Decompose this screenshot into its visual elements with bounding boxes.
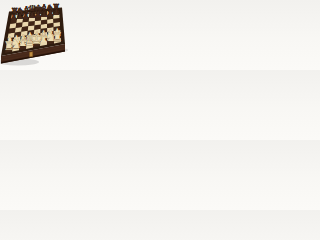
board-square-f7 [41,15,47,20]
board-square-c7 [23,17,30,22]
board-square-d7 [29,16,36,21]
board-square-f6 [41,19,47,24]
chess-board [0,0,70,70]
board-square-h6 [53,18,60,23]
board-square-b7 [16,18,23,23]
board-square-e7 [35,16,41,21]
board-square-a8 [11,14,18,19]
board-square-b6 [16,22,23,28]
board-square-f8 [41,11,47,16]
board-square-g7 [47,15,53,20]
board-square-e6 [35,20,41,25]
board-square-g8 [47,11,53,16]
chess-set-photo: ♜♞♝♛♚♝♞♜♟♟♟♟♟♟♟♟♟♟♟♟♟♟♟♟♜♞♝♛♚♝♞♜ [0,0,70,70]
board-square-a7 [10,18,17,24]
board-square-h7 [53,14,59,19]
board-square-e8 [35,12,41,17]
clasp-icon [30,52,33,57]
board-square-c8 [23,13,29,18]
board-square-b8 [17,13,24,18]
board-square-a6 [9,23,16,29]
board-square-d5 [28,25,35,30]
board-square-d8 [29,12,35,17]
board-square-d6 [28,21,35,26]
board-square-h8 [53,10,59,15]
